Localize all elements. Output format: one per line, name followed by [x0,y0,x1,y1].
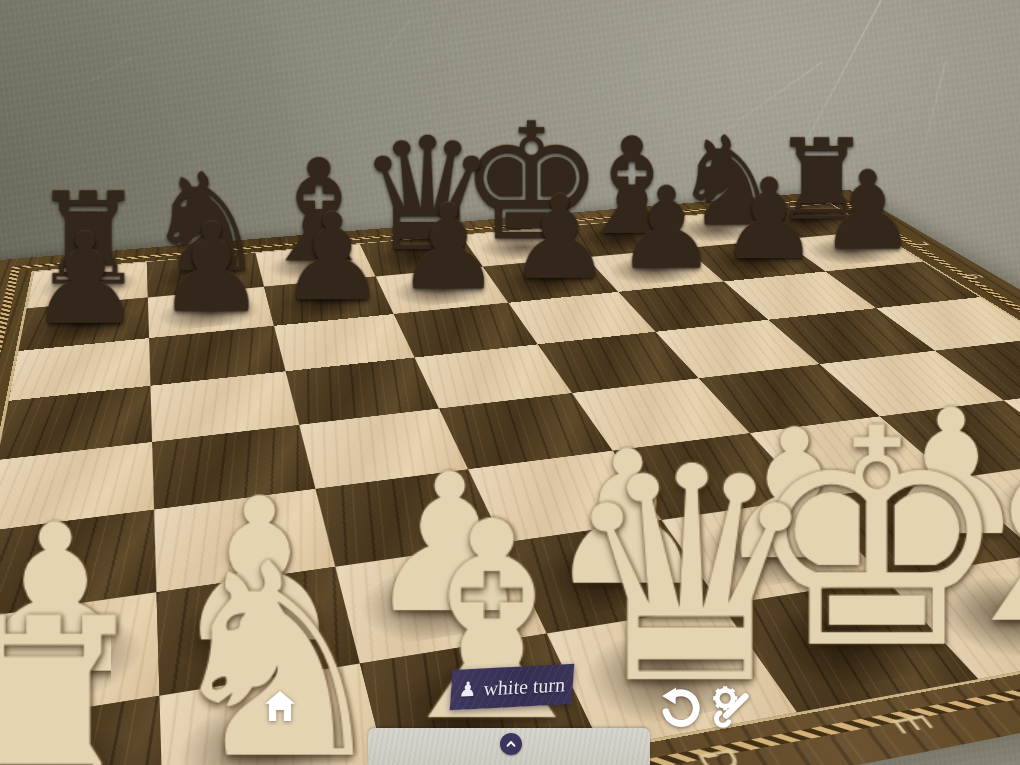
white-pawn-icon: ♟ [458,679,477,700]
piece-shadow [272,281,384,320]
square-a6[interactable] [9,338,151,401]
settings-button[interactable] [708,682,754,728]
piece-shadow [168,579,345,680]
piece-shadow [518,531,704,620]
piece-shadow [155,292,265,332]
piece-shadow [492,262,608,298]
piece-shadow [384,271,498,308]
home-button[interactable] [261,687,299,725]
piece-shadow [469,231,576,262]
square-c7[interactable]: ♟ [264,277,394,326]
piece-shadow [263,248,367,282]
piece-shadow [35,267,141,303]
expand-button[interactable] [500,733,522,755]
undo-arrow-icon [656,684,702,730]
gear-wrench-icon [708,682,754,728]
piece-shadow [740,591,956,696]
home-icon [261,687,299,725]
piece-shadow [0,605,147,713]
square-d3[interactable] [468,451,661,543]
piece-shadow [661,215,771,244]
piece-shadow [0,712,149,765]
square-b6[interactable] [149,326,286,386]
piece-shadow [154,257,257,292]
square-a3[interactable] [0,510,156,620]
piece-shadow [27,303,141,345]
piece-shadow [368,239,474,271]
turn-indicator-badge: ♟ white turn [450,664,575,711]
piece-shadow [596,253,713,287]
piece-shadow [348,554,530,649]
undo-button[interactable] [656,684,702,730]
piece-shadow [696,244,814,277]
piece-shadow [567,223,676,253]
turn-label: white turn [483,673,566,700]
chevron-up-icon [503,736,519,752]
